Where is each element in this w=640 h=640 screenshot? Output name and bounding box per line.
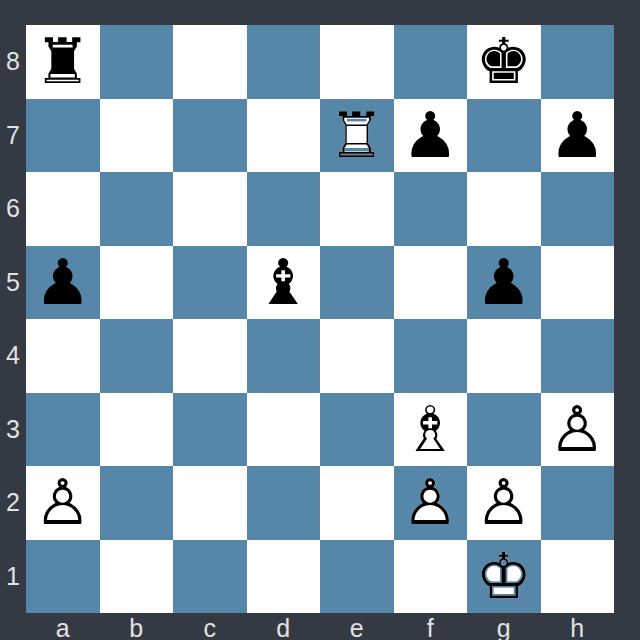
square-c7[interactable] — [173, 99, 247, 173]
square-c2[interactable] — [173, 466, 247, 540]
square-e8[interactable] — [320, 25, 394, 99]
square-c1[interactable] — [173, 540, 247, 614]
file-label-a: a — [26, 613, 100, 640]
rank-label-1: 1 — [0, 540, 26, 614]
file-label-d: d — [247, 613, 321, 640]
square-e6[interactable] — [320, 172, 394, 246]
square-d2[interactable] — [247, 466, 321, 540]
file-labels: abcdefgh — [26, 613, 614, 640]
square-d6[interactable] — [247, 172, 321, 246]
square-a1[interactable] — [26, 540, 100, 614]
square-b4[interactable] — [100, 319, 174, 393]
rank-label-3: 3 — [0, 393, 26, 467]
square-c6[interactable] — [173, 172, 247, 246]
square-a2[interactable]: ♟♙ — [26, 466, 100, 540]
rank-label-6: 6 — [0, 172, 26, 246]
white-rook-icon[interactable]: ♖ — [320, 99, 394, 173]
black-pawn-icon[interactable]: ♟ — [26, 246, 100, 320]
square-e4[interactable] — [320, 319, 394, 393]
rank-label-2: 2 — [0, 466, 26, 540]
square-b5[interactable] — [100, 246, 174, 320]
white-pawn-icon[interactable]: ♙ — [467, 466, 541, 540]
rank-label-5: 5 — [0, 246, 26, 320]
square-h1[interactable] — [541, 540, 615, 614]
white-bishop-fill: ♝ — [394, 393, 468, 467]
white-pawn-icon[interactable]: ♙ — [394, 466, 468, 540]
square-f1[interactable] — [394, 540, 468, 614]
white-pawn-fill: ♟ — [394, 466, 468, 540]
square-b7[interactable] — [100, 99, 174, 173]
square-c8[interactable] — [173, 25, 247, 99]
square-a7[interactable] — [26, 99, 100, 173]
black-pawn-icon[interactable]: ♟ — [467, 246, 541, 320]
square-b3[interactable] — [100, 393, 174, 467]
square-h4[interactable] — [541, 319, 615, 393]
square-d8[interactable] — [247, 25, 321, 99]
white-bishop-icon[interactable]: ♗ — [394, 393, 468, 467]
square-a6[interactable] — [26, 172, 100, 246]
black-pawn-icon[interactable]: ♟ — [541, 99, 615, 173]
square-e5[interactable] — [320, 246, 394, 320]
square-f4[interactable] — [394, 319, 468, 393]
square-a5[interactable]: ♟ — [26, 246, 100, 320]
square-d5[interactable]: ♝ — [247, 246, 321, 320]
square-f2[interactable]: ♟♙ — [394, 466, 468, 540]
square-a4[interactable] — [26, 319, 100, 393]
square-g7[interactable] — [467, 99, 541, 173]
square-e1[interactable] — [320, 540, 394, 614]
square-a8[interactable]: ♜ — [26, 25, 100, 99]
rank-label-8: 8 — [0, 25, 26, 99]
square-d1[interactable] — [247, 540, 321, 614]
square-h5[interactable] — [541, 246, 615, 320]
square-g2[interactable]: ♟♙ — [467, 466, 541, 540]
white-pawn-icon[interactable]: ♙ — [541, 393, 615, 467]
square-g3[interactable] — [467, 393, 541, 467]
square-e2[interactable] — [320, 466, 394, 540]
square-e3[interactable] — [320, 393, 394, 467]
square-g4[interactable] — [467, 319, 541, 393]
white-pawn-fill: ♟ — [26, 466, 100, 540]
square-d7[interactable] — [247, 99, 321, 173]
square-e7[interactable]: ♜♖ — [320, 99, 394, 173]
square-b1[interactable] — [100, 540, 174, 614]
rank-label-4: 4 — [0, 319, 26, 393]
file-label-g: g — [467, 613, 541, 640]
square-b2[interactable] — [100, 466, 174, 540]
square-c5[interactable] — [173, 246, 247, 320]
square-b8[interactable] — [100, 25, 174, 99]
square-h2[interactable] — [541, 466, 615, 540]
white-king-icon[interactable]: ♔ — [467, 540, 541, 614]
chess-board: ♜♚♜♖♟♟♟♝♟♝♗♟♙♟♙♟♙♟♙♚♔ — [26, 25, 614, 613]
square-f5[interactable] — [394, 246, 468, 320]
white-rook-fill: ♜ — [320, 99, 394, 173]
square-f8[interactable] — [394, 25, 468, 99]
square-g6[interactable] — [467, 172, 541, 246]
square-b6[interactable] — [100, 172, 174, 246]
file-label-f: f — [394, 613, 468, 640]
square-h6[interactable] — [541, 172, 615, 246]
square-f6[interactable] — [394, 172, 468, 246]
white-king-fill: ♚ — [467, 540, 541, 614]
square-h7[interactable]: ♟ — [541, 99, 615, 173]
square-a3[interactable] — [26, 393, 100, 467]
square-h3[interactable]: ♟♙ — [541, 393, 615, 467]
file-label-e: e — [320, 613, 394, 640]
file-label-c: c — [173, 613, 247, 640]
square-d3[interactable] — [247, 393, 321, 467]
white-pawn-fill: ♟ — [541, 393, 615, 467]
square-g8[interactable]: ♚ — [467, 25, 541, 99]
square-g5[interactable]: ♟ — [467, 246, 541, 320]
square-c3[interactable] — [173, 393, 247, 467]
black-rook-icon[interactable]: ♜ — [26, 25, 100, 99]
rank-labels: 87654321 — [0, 25, 26, 613]
white-pawn-fill: ♟ — [467, 466, 541, 540]
square-c4[interactable] — [173, 319, 247, 393]
square-f3[interactable]: ♝♗ — [394, 393, 468, 467]
white-pawn-icon[interactable]: ♙ — [26, 466, 100, 540]
file-label-h: h — [541, 613, 615, 640]
square-g1[interactable]: ♚♔ — [467, 540, 541, 614]
black-bishop-icon[interactable]: ♝ — [247, 246, 321, 320]
square-f7[interactable]: ♟ — [394, 99, 468, 173]
black-pawn-icon[interactable]: ♟ — [394, 99, 468, 173]
chessboard-app: 87654321 abcdefgh ♜♚♜♖♟♟♟♝♟♝♗♟♙♟♙♟♙♟♙♚♔ — [0, 0, 640, 640]
black-king-icon[interactable]: ♚ — [467, 25, 541, 99]
rank-label-7: 7 — [0, 99, 26, 173]
square-h8[interactable] — [541, 25, 615, 99]
square-d4[interactable] — [247, 319, 321, 393]
file-label-b: b — [100, 613, 174, 640]
